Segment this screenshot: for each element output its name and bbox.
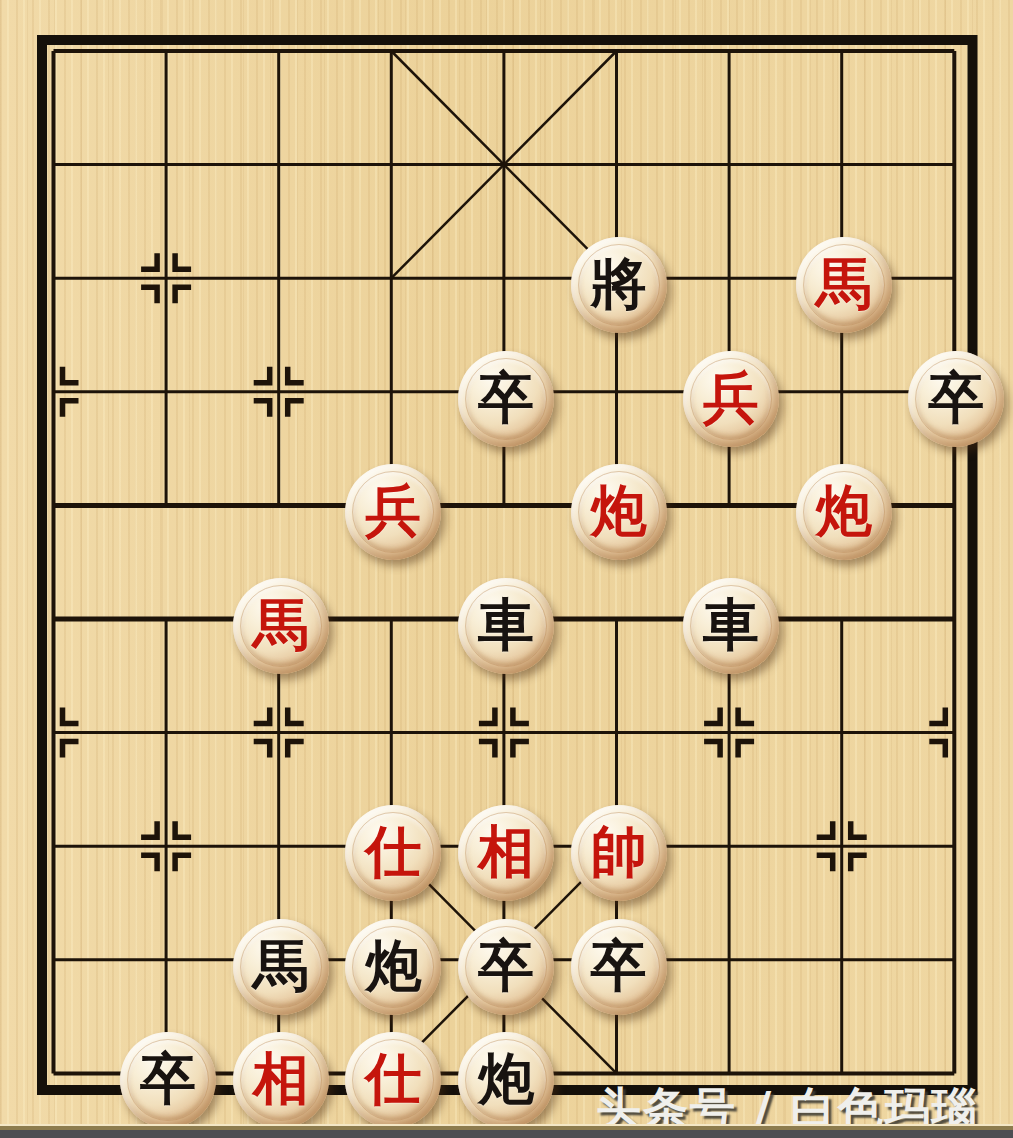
piece-character: 炮 [591, 482, 647, 538]
piece-black-soldier[interactable]: 卒 [458, 351, 554, 447]
piece-character: 馬 [816, 255, 872, 311]
piece-character: 卒 [928, 369, 984, 425]
piece-black-cannon[interactable]: 炮 [458, 1032, 554, 1128]
piece-character: 卒 [478, 369, 534, 425]
piece-black-soldier[interactable]: 卒 [908, 351, 1004, 447]
piece-character: 仕 [365, 1050, 421, 1106]
piece-red-cannon[interactable]: 炮 [796, 464, 892, 560]
piece-character: 炮 [365, 937, 421, 993]
piece-character: 相 [478, 823, 534, 879]
piece-character: 將 [591, 255, 647, 311]
piece-red-soldier[interactable]: 兵 [683, 351, 779, 447]
piece-character: 兵 [365, 482, 421, 538]
piece-black-soldier[interactable]: 卒 [458, 919, 554, 1015]
pieces-layer: 將馬卒兵卒兵炮炮馬車車仕相帥馬炮卒卒卒相仕炮 [0, 0, 1013, 1138]
piece-red-advisor[interactable]: 仕 [345, 805, 441, 901]
piece-character: 馬 [253, 596, 309, 652]
piece-black-chariot[interactable]: 車 [683, 578, 779, 674]
piece-character: 帥 [591, 823, 647, 879]
piece-character: 馬 [253, 937, 309, 993]
piece-black-soldier[interactable]: 卒 [120, 1032, 216, 1128]
piece-character: 仕 [365, 823, 421, 879]
piece-character: 卒 [591, 937, 647, 993]
piece-character: 車 [478, 596, 534, 652]
piece-black-cannon[interactable]: 炮 [345, 919, 441, 1015]
piece-character: 車 [703, 596, 759, 652]
piece-black-horse[interactable]: 馬 [233, 919, 329, 1015]
piece-character: 相 [253, 1050, 309, 1106]
xiangqi-board: 將馬卒兵卒兵炮炮馬車車仕相帥馬炮卒卒卒相仕炮 头条号 / 白色玛瑙 [0, 0, 1013, 1138]
piece-black-general[interactable]: 將 [571, 237, 667, 333]
piece-red-horse[interactable]: 馬 [796, 237, 892, 333]
piece-character: 炮 [816, 482, 872, 538]
piece-character: 炮 [478, 1050, 534, 1106]
piece-character: 卒 [140, 1050, 196, 1106]
piece-red-soldier[interactable]: 兵 [345, 464, 441, 560]
piece-red-cannon[interactable]: 炮 [571, 464, 667, 560]
piece-character: 兵 [703, 369, 759, 425]
piece-red-horse[interactable]: 馬 [233, 578, 329, 674]
piece-red-elephant[interactable]: 相 [233, 1032, 329, 1128]
piece-black-chariot[interactable]: 車 [458, 578, 554, 674]
piece-red-general[interactable]: 帥 [571, 805, 667, 901]
bottom-edge-strip [0, 1124, 1013, 1138]
piece-character: 卒 [478, 937, 534, 993]
piece-red-elephant[interactable]: 相 [458, 805, 554, 901]
piece-red-advisor[interactable]: 仕 [345, 1032, 441, 1128]
piece-black-soldier[interactable]: 卒 [571, 919, 667, 1015]
